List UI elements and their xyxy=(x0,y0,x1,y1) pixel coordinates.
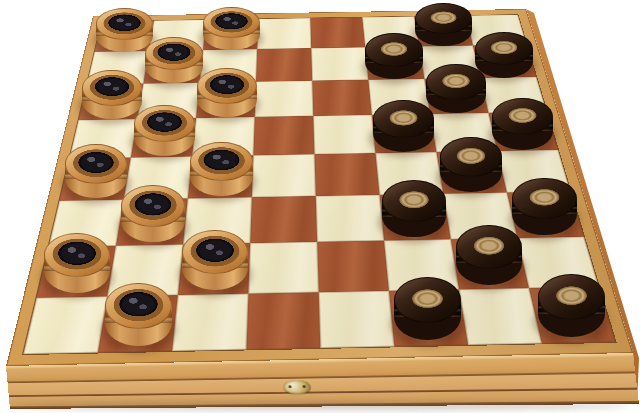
square-c8[interactable] xyxy=(172,294,248,351)
square-d6[interactable] xyxy=(250,196,317,243)
square-d3[interactable] xyxy=(255,81,314,117)
piece-top xyxy=(197,68,257,103)
checker-light-c7[interactable] xyxy=(182,230,248,290)
checker-dark-f6[interactable] xyxy=(382,180,446,237)
piece-top xyxy=(373,100,434,137)
square-e3[interactable] xyxy=(312,80,372,116)
piece-top xyxy=(394,277,461,323)
checker-light-c5[interactable] xyxy=(190,142,253,196)
piece-top xyxy=(96,8,153,39)
piece-top xyxy=(382,180,446,222)
checker-light-b4[interactable] xyxy=(134,105,195,157)
checker-dark-g3[interactable] xyxy=(426,64,486,113)
checker-light-b8[interactable] xyxy=(105,283,172,346)
square-d5[interactable] xyxy=(252,154,316,197)
square-d7[interactable] xyxy=(248,242,318,294)
piece-top xyxy=(475,32,533,65)
piece-top xyxy=(44,233,110,277)
piece-top xyxy=(134,105,195,142)
square-e5[interactable] xyxy=(314,153,379,196)
checker-dark-h8[interactable] xyxy=(538,274,605,337)
piece-top xyxy=(82,70,142,105)
square-e2[interactable] xyxy=(311,47,368,80)
checker-dark-g5[interactable] xyxy=(440,137,503,191)
checker-light-a5[interactable] xyxy=(65,144,128,198)
square-e4[interactable] xyxy=(313,115,375,154)
checkers-board-photo xyxy=(0,0,640,413)
checker-dark-f2[interactable] xyxy=(365,33,423,79)
piece-top xyxy=(512,178,576,220)
square-e8[interactable] xyxy=(319,291,395,348)
piece-top xyxy=(440,137,503,177)
piece-top xyxy=(105,283,172,329)
piece-top xyxy=(415,3,472,34)
piece-top xyxy=(456,225,522,269)
square-e1[interactable] xyxy=(310,17,365,48)
checker-light-b6[interactable] xyxy=(121,185,185,242)
piece-top xyxy=(182,230,248,274)
square-d2[interactable] xyxy=(256,48,312,81)
checker-light-c1[interactable] xyxy=(203,7,260,50)
piece-top xyxy=(121,185,185,227)
brass-clasp xyxy=(282,380,311,393)
square-e6[interactable] xyxy=(316,195,384,242)
checker-light-c3[interactable] xyxy=(197,68,257,117)
checker-dark-g7[interactable] xyxy=(456,225,522,285)
checker-dark-h6[interactable] xyxy=(512,178,576,235)
box-ground-shadow xyxy=(14,402,629,410)
checker-light-b2[interactable] xyxy=(145,37,203,83)
piece-top xyxy=(426,64,486,99)
square-d4[interactable] xyxy=(253,116,314,155)
square-e7[interactable] xyxy=(317,241,389,293)
piece-top xyxy=(203,7,260,38)
checker-dark-f4[interactable] xyxy=(373,100,434,152)
piece-top xyxy=(538,274,605,320)
piece-top xyxy=(190,142,253,182)
piece-top xyxy=(65,144,128,184)
checker-dark-f8[interactable] xyxy=(394,277,461,340)
square-g8[interactable] xyxy=(459,288,542,345)
square-d8[interactable] xyxy=(246,292,320,349)
checker-light-a7[interactable] xyxy=(44,233,110,293)
square-d1[interactable] xyxy=(257,18,311,49)
piece-top xyxy=(365,33,423,66)
square-a8[interactable] xyxy=(23,296,107,354)
